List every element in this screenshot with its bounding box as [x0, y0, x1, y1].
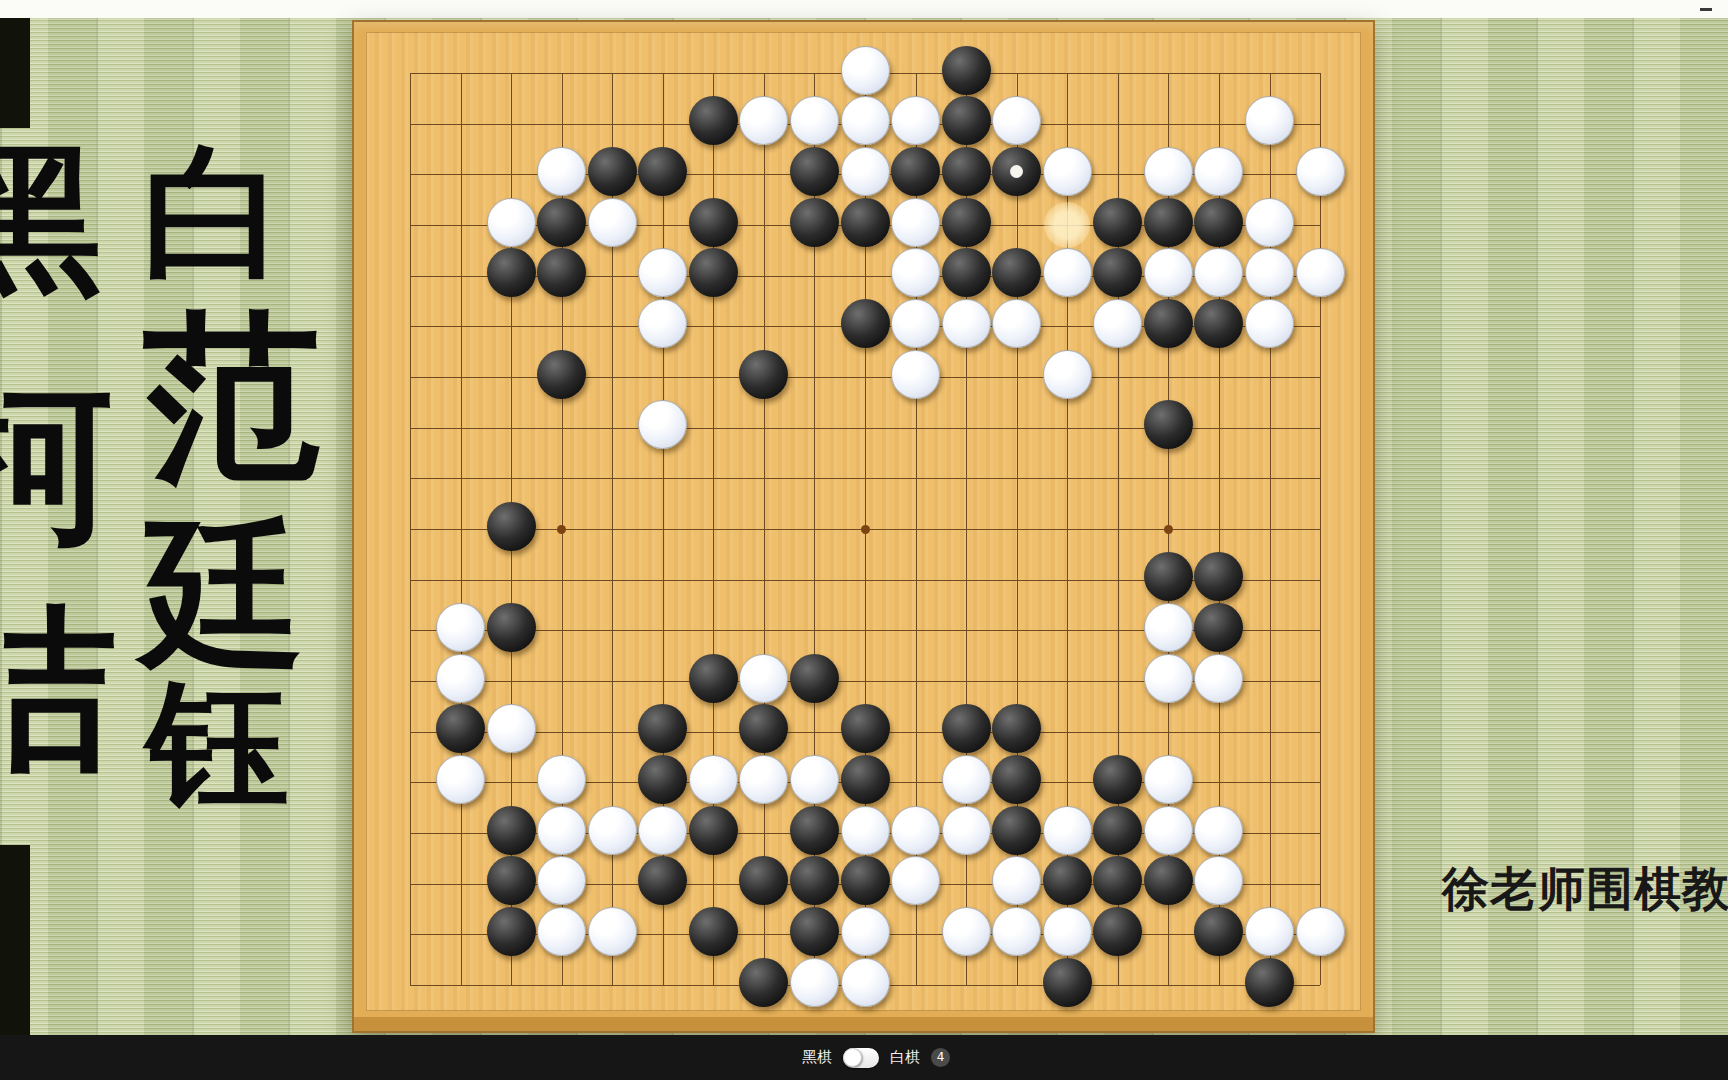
stone-white: [841, 96, 890, 145]
watermark-text: 徐老师围棋教室: [1442, 858, 1728, 921]
stone-white: [841, 907, 890, 956]
stone-white: [638, 299, 687, 348]
white-player-label: 白棋: [890, 1048, 920, 1067]
stone-black: [891, 147, 940, 196]
stone-white: [1245, 198, 1294, 247]
left-edge-shade-top: [0, 18, 30, 128]
stone-black: [689, 654, 738, 703]
stone-black: [487, 907, 536, 956]
stone-white: [992, 856, 1041, 905]
stone-white: [841, 46, 890, 95]
stone-black: [841, 755, 890, 804]
stone-black: [739, 856, 788, 905]
stone-white: [891, 198, 940, 247]
stone-white: [1043, 248, 1092, 297]
stone-black: [689, 248, 738, 297]
stone-white: [1043, 147, 1092, 196]
stone-black: [1144, 552, 1193, 601]
stone-black: [790, 907, 839, 956]
stone-black: [992, 147, 1041, 196]
stone-black: [841, 704, 890, 753]
stone-black: [1144, 198, 1193, 247]
stone-black: [487, 248, 536, 297]
stone-black: [487, 856, 536, 905]
stone-black: [942, 704, 991, 753]
stone-white: [588, 806, 637, 855]
bottom-control-bar: 黑棋 白棋 4: [0, 1035, 1728, 1080]
stone-white: [537, 907, 586, 956]
black-player-label: 黑棋: [802, 1048, 832, 1067]
go-board[interactable]: [352, 20, 1375, 1033]
stone-white: [841, 806, 890, 855]
star-point: [557, 525, 566, 534]
stone-white: [739, 96, 788, 145]
stone-black: [1144, 299, 1193, 348]
stone-white: [891, 856, 940, 905]
stone-black: [537, 350, 586, 399]
stone-black: [1043, 958, 1092, 1007]
stone-white: [689, 755, 738, 804]
stone-white: [1144, 248, 1193, 297]
stone-white: [1194, 856, 1243, 905]
stone-black: [1043, 856, 1092, 905]
stone-black: [790, 806, 839, 855]
stone-white: [739, 654, 788, 703]
stone-black: [689, 198, 738, 247]
stone-white: [1296, 907, 1345, 956]
stone-white: [790, 958, 839, 1007]
stone-white: [1144, 755, 1193, 804]
star-point: [1164, 525, 1173, 534]
stone-black: [487, 603, 536, 652]
stone-white: [537, 147, 586, 196]
black-player-caption-char: 黑: [0, 140, 102, 300]
stone-white: [841, 147, 890, 196]
stone-white: [790, 96, 839, 145]
stone-black: [638, 755, 687, 804]
stone-black: [436, 704, 485, 753]
stone-black: [1194, 299, 1243, 348]
stone-black: [588, 147, 637, 196]
color-toggle[interactable]: [843, 1048, 879, 1068]
stone-black: [1093, 907, 1142, 956]
stone-white: [1144, 603, 1193, 652]
stone-black: [1194, 552, 1243, 601]
stone-black: [841, 856, 890, 905]
stone-black: [1093, 198, 1142, 247]
stone-white: [942, 907, 991, 956]
stone-white: [1043, 806, 1092, 855]
stone-black: [942, 96, 991, 145]
stone-white: [638, 248, 687, 297]
minimize-icon[interactable]: [1700, 8, 1712, 11]
stone-black: [942, 46, 991, 95]
stone-white: [891, 806, 940, 855]
stone-white: [992, 907, 1041, 956]
stone-black: [638, 147, 687, 196]
stone-black: [992, 248, 1041, 297]
white-player-caption-char: 廷: [143, 514, 305, 676]
black-player-caption-char: 洁: [0, 602, 117, 777]
stone-black: [1093, 856, 1142, 905]
stone-black: [1093, 806, 1142, 855]
stone-white: [1194, 147, 1243, 196]
stone-black: [790, 654, 839, 703]
stone-black: [487, 502, 536, 551]
board-surface[interactable]: [366, 32, 1361, 1011]
stone-white: [891, 299, 940, 348]
stone-white: [588, 907, 637, 956]
stone-black: [942, 198, 991, 247]
stone-black: [1144, 400, 1193, 449]
stone-white: [436, 654, 485, 703]
grid-line-vertical: [1320, 73, 1321, 985]
stone-black: [942, 248, 991, 297]
stone-white: [1245, 299, 1294, 348]
stone-black: [689, 806, 738, 855]
stone-black: [1194, 198, 1243, 247]
stone-black: [739, 958, 788, 1007]
stone-black: [992, 806, 1041, 855]
stone-white: [1245, 248, 1294, 297]
stone-white: [537, 755, 586, 804]
stone-white: [1144, 654, 1193, 703]
stone-black: [992, 704, 1041, 753]
toggle-knob-icon: [843, 1048, 862, 1067]
stone-white: [1093, 299, 1142, 348]
stone-white: [1043, 350, 1092, 399]
stone-white: [638, 806, 687, 855]
stone-black: [841, 198, 890, 247]
stone-white: [1296, 248, 1345, 297]
stone-black: [1093, 248, 1142, 297]
stone-white: [1043, 907, 1092, 956]
left-edge-shade-bottom: [0, 845, 30, 1035]
stone-black: [689, 907, 738, 956]
stone-black: [1245, 958, 1294, 1007]
stone-white: [1296, 147, 1345, 196]
ghost-stone: [1044, 202, 1090, 248]
stone-white: [487, 704, 536, 753]
stone-white: [790, 755, 839, 804]
stone-white: [1245, 907, 1294, 956]
stone-black: [739, 350, 788, 399]
star-point: [861, 525, 870, 534]
white-player-caption-char: 白: [142, 140, 287, 285]
stone-black: [841, 299, 890, 348]
stone-white: [1194, 806, 1243, 855]
count-badge: 4: [931, 1048, 950, 1067]
stone-white: [942, 806, 991, 855]
stone-black: [1194, 603, 1243, 652]
stone-white: [1144, 147, 1193, 196]
window-top-strip: [0, 0, 1728, 18]
last-move-marker: [1010, 165, 1023, 178]
stone-white: [1194, 654, 1243, 703]
stone-white: [942, 299, 991, 348]
stone-black: [942, 147, 991, 196]
stone-white: [1245, 96, 1294, 145]
stone-white: [436, 603, 485, 652]
stone-white: [537, 806, 586, 855]
stone-white: [638, 400, 687, 449]
stone-black: [992, 755, 1041, 804]
stone-white: [487, 198, 536, 247]
stone-black: [790, 147, 839, 196]
stone-black: [537, 198, 586, 247]
white-player-caption-char: 范: [143, 308, 321, 486]
stone-black: [790, 856, 839, 905]
stone-white: [1144, 806, 1193, 855]
stone-black: [1194, 907, 1243, 956]
stone-white: [588, 198, 637, 247]
white-player-caption-char: 钰: [147, 675, 289, 817]
stone-black: [638, 704, 687, 753]
stone-black: [790, 198, 839, 247]
stone-black: [487, 806, 536, 855]
stone-white: [992, 96, 1041, 145]
stone-white: [942, 755, 991, 804]
stone-black: [1093, 755, 1142, 804]
stone-white: [739, 755, 788, 804]
stone-white: [992, 299, 1041, 348]
stone-black: [537, 248, 586, 297]
stone-white: [1194, 248, 1243, 297]
stone-white: [537, 856, 586, 905]
stone-black: [1144, 856, 1193, 905]
stone-black: [689, 96, 738, 145]
stone-white: [891, 96, 940, 145]
stone-white: [436, 755, 485, 804]
stone-white: [891, 350, 940, 399]
stone-white: [891, 248, 940, 297]
black-player-caption-char: 柯: [0, 375, 113, 550]
stone-white: [841, 958, 890, 1007]
stone-black: [638, 856, 687, 905]
stone-black: [739, 704, 788, 753]
